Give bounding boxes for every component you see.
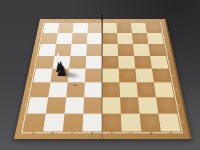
square-d1[interactable]	[82, 114, 102, 132]
square-e2[interactable]	[102, 97, 121, 113]
board-hinge	[101, 14, 103, 20]
square-h1[interactable]	[158, 114, 180, 132]
file-label-d: d	[92, 20, 99, 21]
square-f4[interactable]	[119, 69, 137, 83]
file-label-a: a	[49, 20, 56, 21]
square-h5[interactable]	[150, 56, 168, 69]
file-label-a: a	[27, 132, 39, 135]
square-f8[interactable]	[117, 23, 132, 33]
square-e1[interactable]	[102, 114, 122, 132]
file-label-h: h	[148, 20, 155, 21]
file-label-h: h	[165, 132, 177, 135]
square-b2[interactable]	[46, 97, 66, 113]
file-label-g: g	[134, 20, 141, 21]
square-h6[interactable]	[148, 44, 166, 56]
file-label-c: c	[77, 20, 84, 21]
square-b1[interactable]	[43, 114, 64, 132]
square-g4[interactable]	[135, 69, 154, 83]
square-e5[interactable]	[102, 56, 119, 69]
square-c6[interactable]	[70, 44, 87, 56]
square-f5[interactable]	[118, 56, 135, 69]
rank-label-8: 8	[162, 25, 166, 31]
square-e3[interactable]	[102, 82, 120, 97]
square-g8[interactable]	[131, 23, 147, 33]
table-surface: abcdefgh abcdefgh 87654321 87654321 ♞	[0, 0, 200, 150]
file-label-g: g	[145, 132, 157, 135]
square-g5[interactable]	[134, 56, 152, 69]
square-d5[interactable]	[86, 56, 103, 69]
rank-label-2: 2	[177, 101, 182, 110]
square-c8[interactable]	[73, 23, 88, 33]
square-a3[interactable]	[30, 82, 50, 97]
file-label-b: b	[47, 132, 59, 135]
file-label-f: f	[126, 132, 138, 135]
black-knight[interactable]: ♞	[52, 58, 71, 80]
square-c2[interactable]	[65, 97, 85, 113]
rank-label-5: 5	[32, 59, 36, 66]
rank-label-7: 7	[37, 35, 41, 41]
square-a7[interactable]	[41, 33, 58, 44]
square-d4[interactable]	[85, 69, 102, 83]
square-g7[interactable]	[132, 33, 148, 44]
square-c1[interactable]	[63, 114, 84, 132]
rank-label-4: 4	[29, 72, 33, 80]
square-f7[interactable]	[117, 33, 133, 44]
rank-label-2: 2	[23, 101, 28, 110]
square-a4[interactable]	[33, 69, 52, 83]
square-b6[interactable]	[54, 44, 71, 56]
file-labels-bottom: abcdefgh	[22, 130, 182, 138]
square-e7[interactable]	[102, 33, 117, 44]
square-e8[interactable]	[102, 23, 117, 33]
square-g2[interactable]	[138, 97, 158, 113]
rank-label-8: 8	[39, 25, 43, 31]
square-f1[interactable]	[121, 114, 141, 132]
square-a6[interactable]	[38, 44, 56, 56]
square-h4[interactable]	[152, 69, 171, 83]
square-d2[interactable]	[83, 97, 102, 113]
square-c5[interactable]	[69, 56, 86, 69]
file-label-f: f	[120, 20, 127, 21]
square-b8[interactable]	[58, 23, 74, 33]
square-c7[interactable]	[71, 33, 87, 44]
square-d6[interactable]	[86, 44, 102, 56]
square-d7[interactable]	[87, 33, 102, 44]
rank-label-1: 1	[180, 117, 185, 127]
square-f3[interactable]	[119, 82, 138, 97]
square-e4[interactable]	[102, 69, 119, 83]
square-h2[interactable]	[156, 97, 177, 113]
square-b7[interactable]	[56, 33, 72, 44]
square-h7[interactable]	[147, 33, 164, 44]
square-f6[interactable]	[118, 44, 134, 56]
chess-board: abcdefgh abcdefgh 87654321 87654321	[14, 19, 192, 139]
rank-label-6: 6	[34, 47, 38, 54]
file-label-d: d	[86, 132, 98, 135]
rank-label-3: 3	[174, 86, 179, 94]
rank-label-7: 7	[164, 35, 168, 41]
file-label-b: b	[63, 20, 70, 21]
file-label-e: e	[106, 132, 118, 135]
board-fold-seam	[101, 19, 103, 139]
square-b3[interactable]	[48, 82, 67, 97]
rank-label-4: 4	[171, 72, 175, 80]
square-d8[interactable]	[87, 23, 102, 33]
square-e6[interactable]	[102, 44, 118, 56]
square-d3[interactable]	[84, 82, 102, 97]
square-h8[interactable]	[145, 23, 161, 33]
rank-label-5: 5	[168, 59, 172, 66]
square-g6[interactable]	[133, 44, 150, 56]
rank-label-3: 3	[26, 86, 31, 94]
square-a8[interactable]	[43, 23, 59, 33]
square-h3[interactable]	[154, 82, 174, 97]
square-g3[interactable]	[137, 82, 156, 97]
file-label-c: c	[66, 132, 78, 135]
square-g1[interactable]	[140, 114, 161, 132]
rank-label-1: 1	[19, 117, 24, 127]
rank-label-6: 6	[166, 47, 170, 54]
file-label-e: e	[106, 20, 113, 21]
square-f2[interactable]	[120, 97, 140, 113]
